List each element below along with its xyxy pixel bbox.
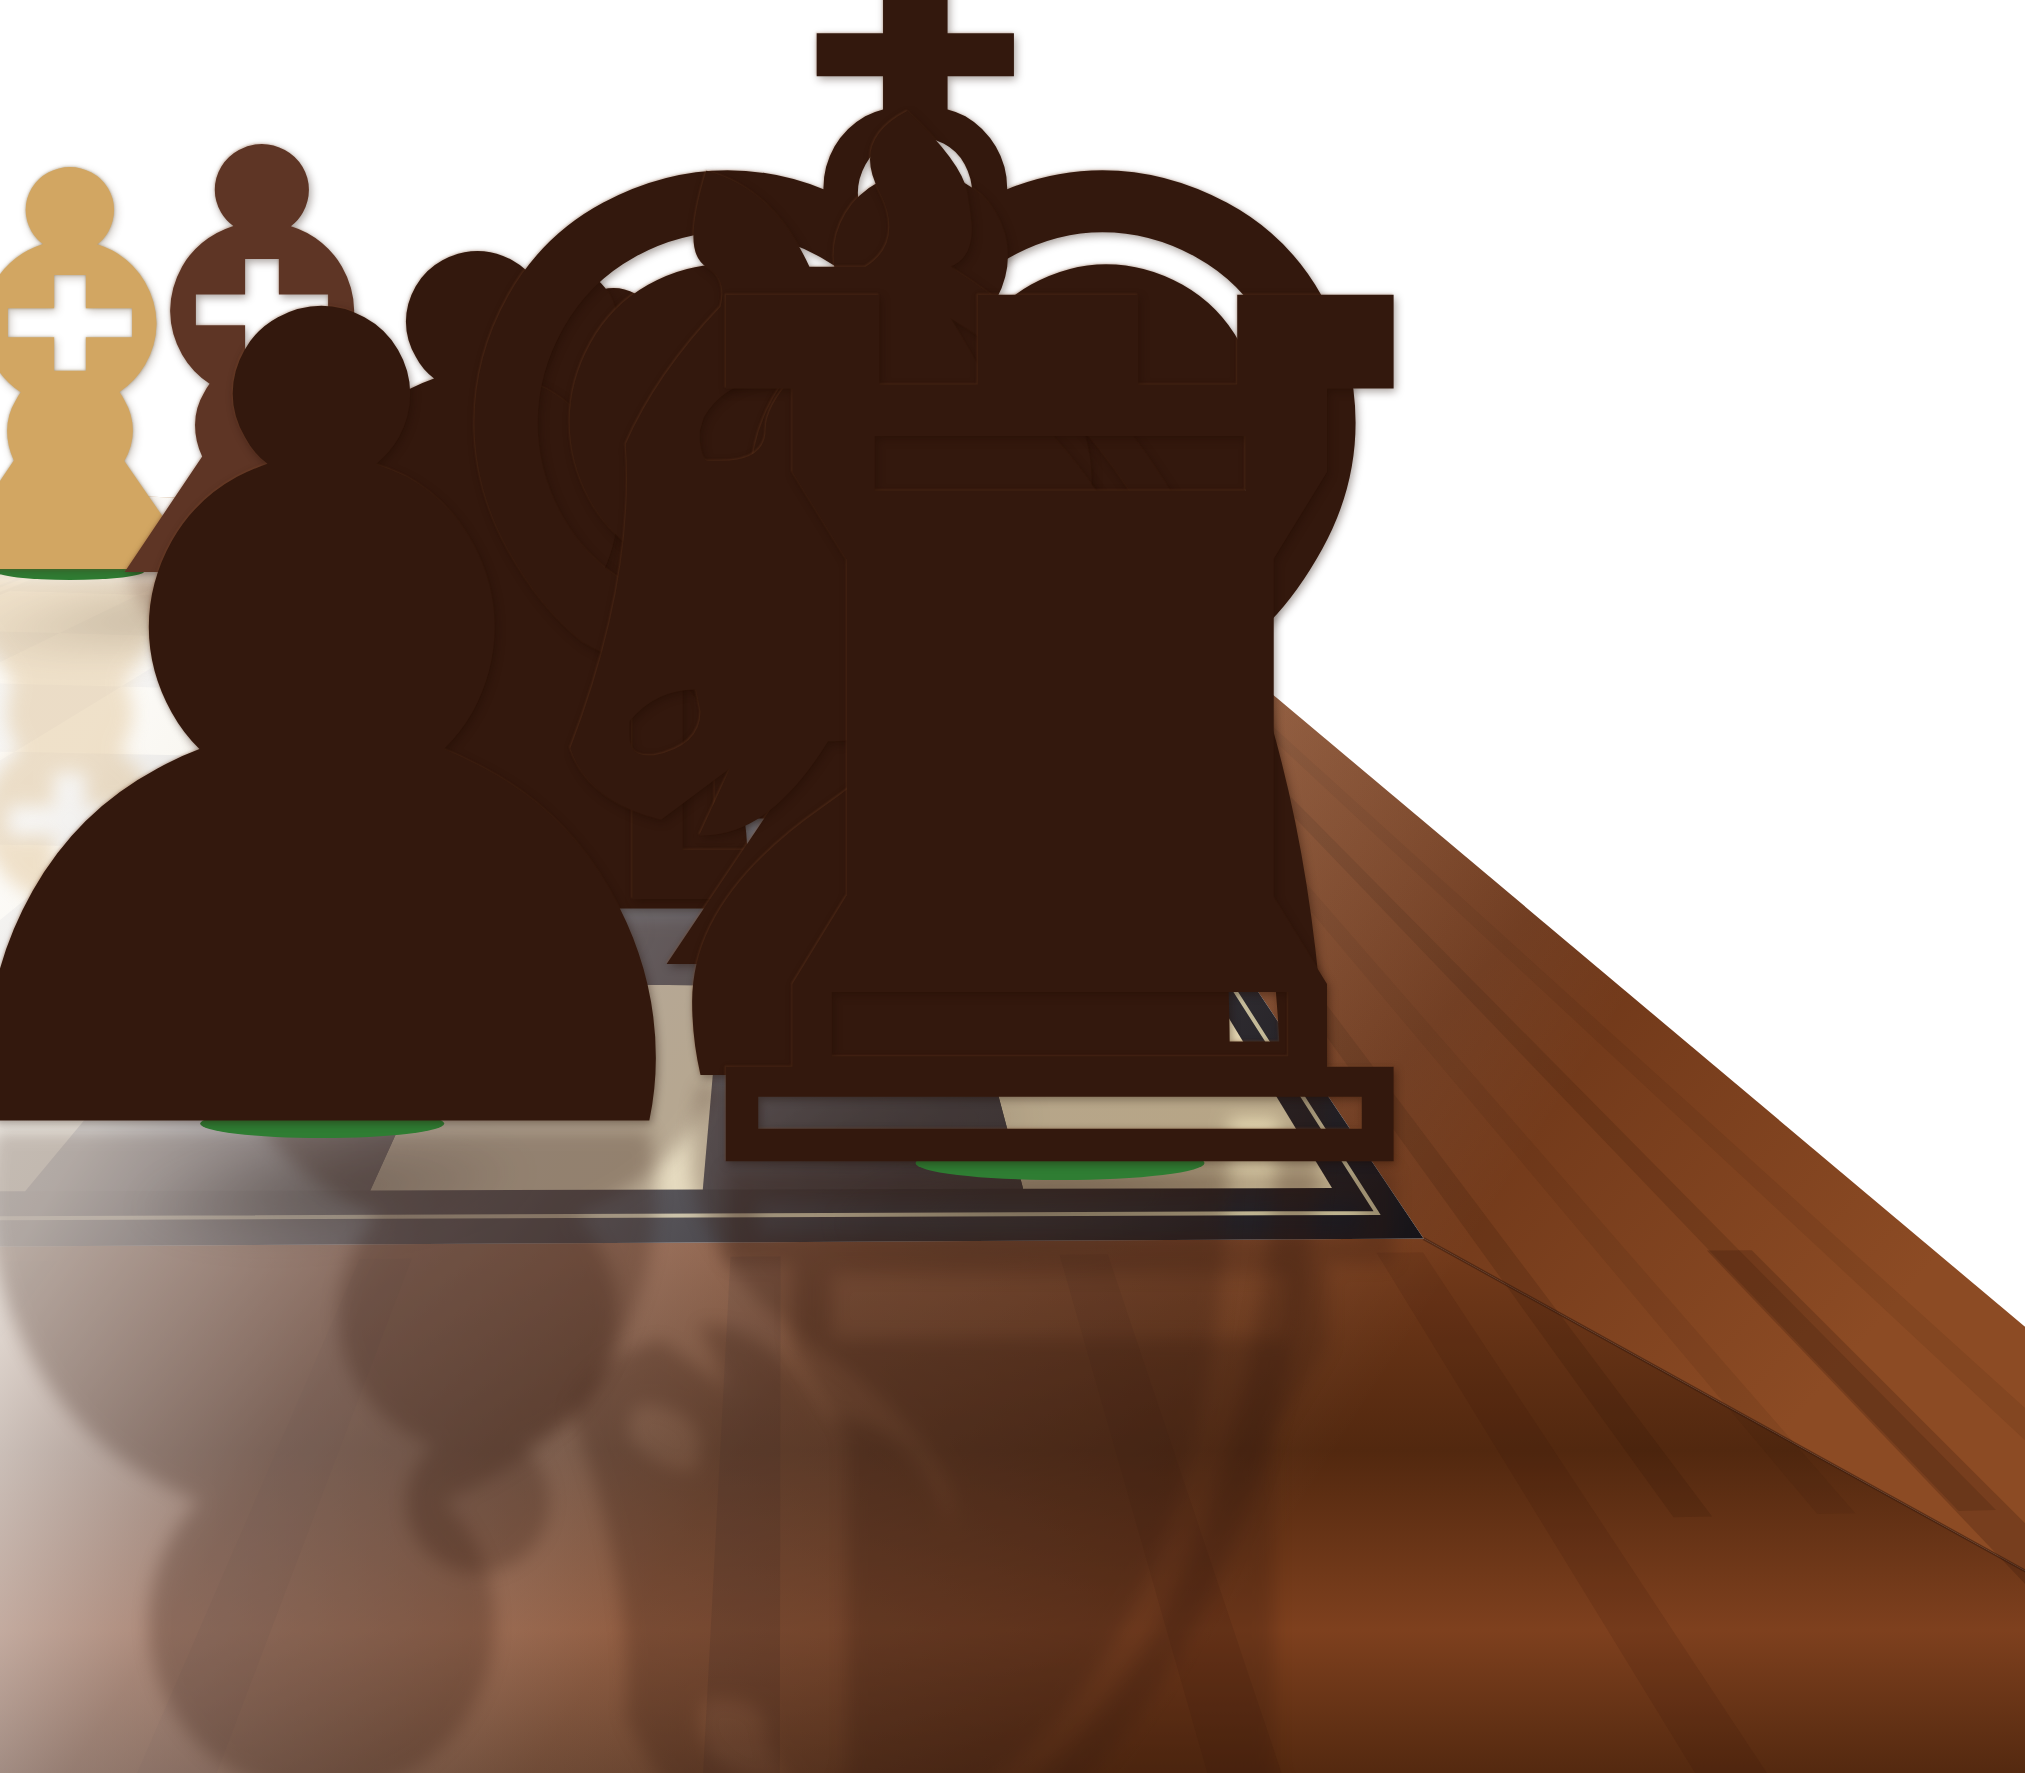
chess-board	[0, 0, 2025, 1773]
product-photo-scene: ♝♝♟♞♟♜ ♝♝♟♟♟♟♟♟♟♚♝♞♟♜ Close-up photograp…	[0, 0, 2025, 1773]
gloss-sheen	[0, 494, 2025, 1773]
